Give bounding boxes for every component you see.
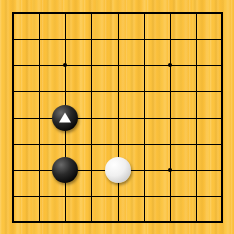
star-point <box>63 63 67 67</box>
go-board[interactable] <box>0 0 234 234</box>
grid-line-vertical <box>170 13 171 222</box>
star-point <box>168 168 172 172</box>
grid-line-vertical <box>144 13 145 222</box>
grid-line-horizontal <box>13 144 222 145</box>
white-stone[interactable] <box>105 157 131 183</box>
grid-line-vertical <box>196 13 197 222</box>
grid-line-horizontal <box>13 196 222 197</box>
black-stone[interactable] <box>52 157 78 183</box>
triangle-marker <box>59 112 71 122</box>
grid-line-horizontal <box>13 118 222 119</box>
black-stone[interactable] <box>52 105 78 131</box>
star-point <box>168 63 172 67</box>
